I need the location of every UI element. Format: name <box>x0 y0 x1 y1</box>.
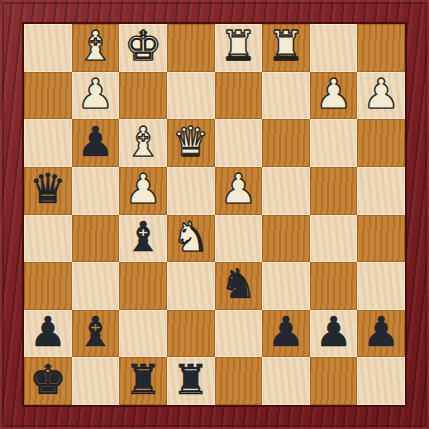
white-pawn[interactable]: ♟ <box>363 74 400 115</box>
square-c3[interactable] <box>119 262 167 310</box>
square-f6[interactable] <box>262 119 310 167</box>
square-a2[interactable]: ♟ <box>24 310 72 358</box>
square-f1[interactable] <box>262 357 310 405</box>
square-e3[interactable]: ♞ <box>215 262 263 310</box>
square-d8[interactable] <box>167 24 215 72</box>
square-d7[interactable] <box>167 72 215 120</box>
square-g5[interactable] <box>310 167 358 215</box>
square-c7[interactable] <box>119 72 167 120</box>
black-pawn[interactable]: ♟ <box>268 312 305 353</box>
square-h8[interactable] <box>357 24 405 72</box>
white-pawn[interactable]: ♟ <box>220 169 257 210</box>
square-g3[interactable] <box>310 262 358 310</box>
square-b7[interactable]: ♟ <box>72 72 120 120</box>
square-b8[interactable]: ♝ <box>72 24 120 72</box>
white-pawn[interactable]: ♟ <box>125 169 162 210</box>
white-bishop[interactable]: ♝ <box>125 122 162 163</box>
square-e7[interactable] <box>215 72 263 120</box>
black-bishop[interactable]: ♝ <box>125 217 162 258</box>
square-c2[interactable] <box>119 310 167 358</box>
white-bishop[interactable]: ♝ <box>77 26 114 67</box>
black-king[interactable]: ♚ <box>29 360 66 401</box>
square-d2[interactable] <box>167 310 215 358</box>
square-g6[interactable] <box>310 119 358 167</box>
square-e1[interactable] <box>215 357 263 405</box>
square-e5[interactable]: ♟ <box>215 167 263 215</box>
square-f7[interactable] <box>262 72 310 120</box>
white-pawn[interactable]: ♟ <box>315 74 352 115</box>
square-h6[interactable] <box>357 119 405 167</box>
square-b4[interactable] <box>72 215 120 263</box>
square-a1[interactable]: ♚ <box>24 357 72 405</box>
square-h4[interactable] <box>357 215 405 263</box>
square-d4[interactable]: ♞ <box>167 215 215 263</box>
black-pawn[interactable]: ♟ <box>315 312 352 353</box>
square-h3[interactable] <box>357 262 405 310</box>
square-c1[interactable]: ♜ <box>119 357 167 405</box>
square-h2[interactable]: ♟ <box>357 310 405 358</box>
square-g2[interactable]: ♟ <box>310 310 358 358</box>
square-h1[interactable] <box>357 357 405 405</box>
white-knight[interactable]: ♞ <box>172 217 209 258</box>
square-f3[interactable] <box>262 262 310 310</box>
black-knight[interactable]: ♞ <box>220 264 257 305</box>
square-b2[interactable]: ♝ <box>72 310 120 358</box>
square-e4[interactable] <box>215 215 263 263</box>
square-a4[interactable] <box>24 215 72 263</box>
square-c4[interactable]: ♝ <box>119 215 167 263</box>
square-c6[interactable]: ♝ <box>119 119 167 167</box>
square-e6[interactable] <box>215 119 263 167</box>
chess-board: ♝♚♜♜♟♟♟♟♝♛♛♟♟♝♞♞♟♝♟♟♟♚♜♜ <box>24 24 405 405</box>
white-rook[interactable]: ♜ <box>268 26 305 67</box>
black-queen[interactable]: ♛ <box>29 169 66 210</box>
square-d6[interactable]: ♛ <box>167 119 215 167</box>
black-bishop[interactable]: ♝ <box>77 312 114 353</box>
square-g1[interactable] <box>310 357 358 405</box>
square-a8[interactable] <box>24 24 72 72</box>
white-king[interactable]: ♚ <box>125 26 162 67</box>
black-pawn[interactable]: ♟ <box>29 312 66 353</box>
square-d1[interactable]: ♜ <box>167 357 215 405</box>
square-h7[interactable]: ♟ <box>357 72 405 120</box>
square-a6[interactable] <box>24 119 72 167</box>
square-b5[interactable] <box>72 167 120 215</box>
black-pawn[interactable]: ♟ <box>77 122 114 163</box>
square-b3[interactable] <box>72 262 120 310</box>
black-pawn[interactable]: ♟ <box>363 312 400 353</box>
square-h5[interactable] <box>357 167 405 215</box>
white-rook[interactable]: ♜ <box>220 26 257 67</box>
black-rook[interactable]: ♜ <box>125 360 162 401</box>
white-pawn[interactable]: ♟ <box>77 74 114 115</box>
square-c8[interactable]: ♚ <box>119 24 167 72</box>
square-b1[interactable] <box>72 357 120 405</box>
square-a7[interactable] <box>24 72 72 120</box>
black-rook[interactable]: ♜ <box>172 360 209 401</box>
square-d3[interactable] <box>167 262 215 310</box>
board-frame: ♝♚♜♜♟♟♟♟♝♛♛♟♟♝♞♞♟♝♟♟♟♚♜♜ <box>0 0 429 429</box>
square-g7[interactable]: ♟ <box>310 72 358 120</box>
square-e2[interactable] <box>215 310 263 358</box>
square-f4[interactable] <box>262 215 310 263</box>
square-a5[interactable]: ♛ <box>24 167 72 215</box>
white-queen[interactable]: ♛ <box>172 122 209 163</box>
square-f2[interactable]: ♟ <box>262 310 310 358</box>
square-b6[interactable]: ♟ <box>72 119 120 167</box>
square-f5[interactable] <box>262 167 310 215</box>
square-d5[interactable] <box>167 167 215 215</box>
square-a3[interactable] <box>24 262 72 310</box>
square-g8[interactable] <box>310 24 358 72</box>
square-g4[interactable] <box>310 215 358 263</box>
square-c5[interactable]: ♟ <box>119 167 167 215</box>
square-e8[interactable]: ♜ <box>215 24 263 72</box>
square-f8[interactable]: ♜ <box>262 24 310 72</box>
